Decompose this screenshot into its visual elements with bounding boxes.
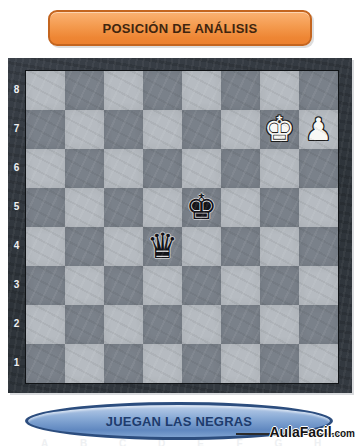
square-e4[interactable] <box>182 227 221 266</box>
square-h8[interactable] <box>299 71 338 110</box>
analysis-position-banner[interactable]: POSICIÓN DE ANÁLISIS <box>48 10 312 46</box>
square-c1[interactable] <box>104 344 143 383</box>
file-label-b: B <box>64 438 103 446</box>
square-f2[interactable] <box>221 305 260 344</box>
brand-link[interactable]: AulaFacil.com <box>269 424 355 440</box>
square-h7[interactable]: ♟ <box>299 110 338 149</box>
piece-white-king-g7[interactable]: ♚ <box>264 110 295 149</box>
page: POSICIÓN DE ANÁLISIS 87654321 ♚♟♚♛ ABCDE… <box>0 0 358 446</box>
square-c7[interactable] <box>104 110 143 149</box>
square-a2[interactable] <box>26 305 65 344</box>
rank-label-6: 6 <box>8 148 25 187</box>
square-d3[interactable] <box>143 266 182 305</box>
square-f4[interactable] <box>221 227 260 266</box>
piece-black-queen-d4[interactable]: ♛ <box>147 227 178 266</box>
square-c4[interactable] <box>104 227 143 266</box>
rank-label-8: 8 <box>8 70 25 109</box>
square-a8[interactable] <box>26 71 65 110</box>
square-h3[interactable] <box>299 266 338 305</box>
square-b1[interactable] <box>65 344 104 383</box>
square-f5[interactable] <box>221 188 260 227</box>
square-a3[interactable] <box>26 266 65 305</box>
square-g6[interactable] <box>260 149 299 188</box>
square-e3[interactable] <box>182 266 221 305</box>
square-d4[interactable]: ♛ <box>143 227 182 266</box>
square-f3[interactable] <box>221 266 260 305</box>
square-e8[interactable] <box>182 71 221 110</box>
side-to-move-label: JUEGAN LAS NEGRAS <box>106 414 252 429</box>
square-d5[interactable] <box>143 188 182 227</box>
square-e6[interactable] <box>182 149 221 188</box>
square-a5[interactable] <box>26 188 65 227</box>
square-g7[interactable]: ♚ <box>260 110 299 149</box>
square-d8[interactable] <box>143 71 182 110</box>
square-b7[interactable] <box>65 110 104 149</box>
square-h5[interactable] <box>299 188 338 227</box>
square-b8[interactable] <box>65 71 104 110</box>
square-c8[interactable] <box>104 71 143 110</box>
square-d1[interactable] <box>143 344 182 383</box>
square-g1[interactable] <box>260 344 299 383</box>
square-a4[interactable] <box>26 227 65 266</box>
square-g8[interactable] <box>260 71 299 110</box>
square-g3[interactable] <box>260 266 299 305</box>
file-label-a: A <box>25 438 64 446</box>
square-e5[interactable]: ♚ <box>182 188 221 227</box>
rank-label-5: 5 <box>8 187 25 226</box>
file-label-f: F <box>220 438 259 446</box>
board-squares: ♚♟♚♛ <box>25 70 339 384</box>
square-f1[interactable] <box>221 344 260 383</box>
square-g2[interactable] <box>260 305 299 344</box>
rank-label-4: 4 <box>8 226 25 265</box>
brand-tld: .com <box>332 428 355 439</box>
rank-labels: 87654321 <box>8 70 25 382</box>
square-d2[interactable] <box>143 305 182 344</box>
square-d6[interactable] <box>143 149 182 188</box>
square-d7[interactable] <box>143 110 182 149</box>
square-f7[interactable] <box>221 110 260 149</box>
piece-black-king-e5[interactable]: ♚ <box>186 188 217 227</box>
square-c6[interactable] <box>104 149 143 188</box>
square-c3[interactable] <box>104 266 143 305</box>
rank-label-1: 1 <box>8 343 25 382</box>
square-b2[interactable] <box>65 305 104 344</box>
square-e2[interactable] <box>182 305 221 344</box>
square-b6[interactable] <box>65 149 104 188</box>
chess-board: 87654321 ♚♟♚♛ ABCDEFGH <box>8 58 352 393</box>
square-c2[interactable] <box>104 305 143 344</box>
square-a7[interactable] <box>26 110 65 149</box>
analysis-position-label: POSICIÓN DE ANÁLISIS <box>102 21 257 36</box>
square-b3[interactable] <box>65 266 104 305</box>
square-a1[interactable] <box>26 344 65 383</box>
square-h6[interactable] <box>299 149 338 188</box>
square-f8[interactable] <box>221 71 260 110</box>
square-g4[interactable] <box>260 227 299 266</box>
piece-white-pawn-h7[interactable]: ♟ <box>305 110 333 149</box>
square-h2[interactable] <box>299 305 338 344</box>
square-a6[interactable] <box>26 149 65 188</box>
square-h4[interactable] <box>299 227 338 266</box>
square-b4[interactable] <box>65 227 104 266</box>
square-g5[interactable] <box>260 188 299 227</box>
brand-name: AulaFacil <box>269 424 331 440</box>
square-h1[interactable] <box>299 344 338 383</box>
square-c5[interactable] <box>104 188 143 227</box>
rank-label-3: 3 <box>8 265 25 304</box>
square-f6[interactable] <box>221 149 260 188</box>
square-b5[interactable] <box>65 188 104 227</box>
rank-label-7: 7 <box>8 109 25 148</box>
rank-label-2: 2 <box>8 304 25 343</box>
square-e1[interactable] <box>182 344 221 383</box>
square-e7[interactable] <box>182 110 221 149</box>
